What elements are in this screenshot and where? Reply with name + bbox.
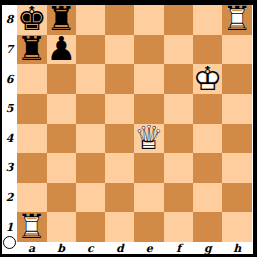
square-g8[interactable]	[193, 5, 223, 35]
file-label-e: e	[135, 242, 164, 255]
square-c8[interactable]	[76, 5, 105, 35]
square-g2[interactable]	[193, 183, 223, 213]
file-label-g: g	[193, 242, 222, 255]
square-d4[interactable]	[105, 124, 134, 154]
square-h4[interactable]	[222, 124, 252, 154]
file-label-a: a	[17, 242, 46, 255]
square-g3[interactable]	[193, 153, 223, 183]
square-h5[interactable]	[222, 94, 252, 124]
square-g4[interactable]	[193, 124, 223, 154]
square-g5[interactable]	[193, 94, 223, 124]
square-d1[interactable]	[105, 212, 134, 242]
square-c4[interactable]	[76, 124, 105, 154]
square-c5[interactable]	[76, 94, 105, 124]
square-b7[interactable]: ♟	[47, 35, 77, 65]
square-c7[interactable]	[76, 35, 105, 65]
square-d3[interactable]	[105, 153, 134, 183]
square-c3[interactable]	[76, 153, 105, 183]
square-a3[interactable]	[17, 153, 47, 183]
white-rook-piece[interactable]: ♜♖	[222, 5, 252, 35]
square-g1[interactable]	[193, 212, 223, 242]
file-label-b: b	[46, 242, 75, 255]
square-d2[interactable]	[105, 183, 134, 213]
square-b6[interactable]	[47, 64, 77, 94]
square-f2[interactable]	[164, 183, 193, 213]
square-a5[interactable]	[17, 94, 47, 124]
square-a4[interactable]	[17, 124, 47, 154]
file-label-c: c	[76, 242, 105, 255]
square-e4[interactable]: ♛♕	[134, 124, 164, 154]
square-h7[interactable]	[222, 35, 252, 65]
square-b1[interactable]	[47, 212, 77, 242]
rank-label-7: 7	[2, 35, 17, 65]
square-h8[interactable]: ♜♖	[222, 5, 252, 35]
square-h2[interactable]	[222, 183, 252, 213]
square-e8[interactable]	[134, 5, 164, 35]
square-h1[interactable]	[222, 212, 252, 242]
square-b5[interactable]	[47, 94, 77, 124]
square-b2[interactable]	[47, 183, 77, 213]
square-f8[interactable]	[164, 5, 193, 35]
white-king-piece[interactable]: ♚♔	[193, 64, 223, 94]
square-c1[interactable]	[76, 212, 105, 242]
square-h6[interactable]	[222, 64, 252, 94]
rank-label-8: 8	[2, 5, 17, 35]
rank-label-2: 2	[2, 183, 17, 213]
square-g6[interactable]: ♚♔	[193, 64, 223, 94]
side-to-move-indicator	[3, 236, 16, 249]
square-f6[interactable]	[164, 64, 193, 94]
square-e2[interactable]	[134, 183, 164, 213]
black-rook-piece[interactable]: ♜	[17, 35, 47, 65]
square-b4[interactable]	[47, 124, 77, 154]
square-f1[interactable]	[164, 212, 193, 242]
file-label-f: f	[164, 242, 193, 255]
square-d5[interactable]	[105, 94, 134, 124]
chess-board: ♚♜♜♖♜♟♚♔♛♕♜♖	[17, 5, 252, 242]
square-a7[interactable]: ♜	[17, 35, 47, 65]
file-label-d: d	[105, 242, 134, 255]
square-d6[interactable]	[105, 64, 134, 94]
black-pawn-piece[interactable]: ♟	[47, 35, 77, 65]
square-e7[interactable]	[134, 35, 164, 65]
square-d8[interactable]	[105, 5, 134, 35]
square-f3[interactable]	[164, 153, 193, 183]
white-queen-piece[interactable]: ♛♕	[134, 124, 164, 154]
rank-label-5: 5	[2, 94, 17, 124]
white-rook-piece[interactable]: ♜♖	[17, 212, 47, 242]
rank-label-3: 3	[2, 153, 17, 183]
square-f4[interactable]	[164, 124, 193, 154]
file-labels: abcdefgh	[17, 242, 252, 254]
square-e6[interactable]	[134, 64, 164, 94]
file-label-h: h	[223, 242, 252, 255]
rank-label-4: 4	[2, 124, 17, 154]
square-a6[interactable]	[17, 64, 47, 94]
square-h3[interactable]	[222, 153, 252, 183]
square-a1[interactable]: ♜♖	[17, 212, 47, 242]
square-f7[interactable]	[164, 35, 193, 65]
square-c2[interactable]	[76, 183, 105, 213]
square-e3[interactable]	[134, 153, 164, 183]
square-f5[interactable]	[164, 94, 193, 124]
square-b3[interactable]	[47, 153, 77, 183]
square-c6[interactable]	[76, 64, 105, 94]
square-d7[interactable]	[105, 35, 134, 65]
chess-diagram: ♚♜♜♖♜♟♚♔♛♕♜♖ 87654321 abcdefgh	[0, 0, 257, 257]
rank-labels: 87654321	[2, 5, 17, 242]
rank-label-6: 6	[2, 64, 17, 94]
square-e1[interactable]	[134, 212, 164, 242]
